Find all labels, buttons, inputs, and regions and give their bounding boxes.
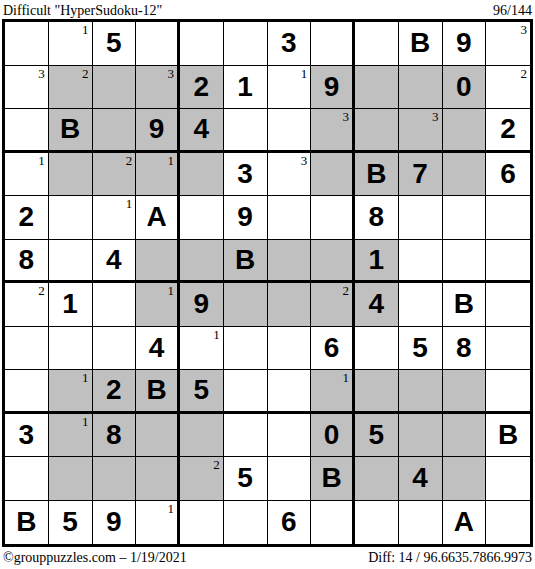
cell-r9c1[interactable] [5,370,49,414]
pencil-mark: 3 [301,153,308,168]
cell-r2c3[interactable] [93,66,137,110]
cell-r3c8[interactable]: 3 [311,109,355,153]
cell-r6c4[interactable] [136,240,180,284]
given-value: 3 [281,29,297,57]
given-value: 4 [412,464,428,492]
cell-r8c3[interactable] [93,327,137,371]
cell-r2c2[interactable]: 2 [49,66,93,110]
cell-r12c12[interactable] [486,501,530,545]
cell-r4c2[interactable] [49,153,93,197]
cell-r10c6[interactable] [224,414,268,458]
cell-r7c4[interactable]: 1 [136,283,180,327]
given-value: B [235,246,255,274]
cell-r8c9[interactable] [355,327,399,371]
cell-r3c12[interactable]: 2 [486,109,530,153]
puzzle-counter: 96/144 [493,2,532,19]
pencil-mark: 1 [82,414,89,429]
pencil-mark: 2 [82,66,89,81]
cell-r6c5[interactable] [180,240,224,284]
cell-r7c3[interactable] [93,283,137,327]
given-value: 6 [281,508,297,536]
given-value: 9 [456,29,472,57]
cell-r7c1[interactable]: 2 [5,283,49,327]
given-value: 5 [369,421,385,449]
given-value: 6 [500,160,516,188]
cell-r12c1[interactable]: B [5,501,49,545]
given-value: 3 [237,160,253,188]
pencil-mark: 1 [126,196,133,211]
given-value: B [454,290,474,318]
cell-r1c3[interactable]: 5 [93,22,137,66]
cell-r4c7[interactable]: 3 [268,153,312,197]
cell-r3c5[interactable]: 4 [180,109,224,153]
cell-r3c4[interactable]: 9 [136,109,180,153]
cell-r3c9[interactable] [355,109,399,153]
cell-r12c9[interactable] [355,501,399,545]
given-value: 1 [237,73,253,101]
cell-r6c1[interactable]: 8 [5,240,49,284]
cell-r12c10[interactable] [399,501,443,545]
cell-r7c6[interactable] [224,283,268,327]
cell-r5c11[interactable] [443,196,487,240]
cell-r8c11[interactable]: 8 [443,327,487,371]
pencil-mark: 1 [168,153,175,168]
pencil-mark: 2 [343,283,350,298]
cell-r1c5[interactable] [180,22,224,66]
cell-r4c8[interactable] [311,153,355,197]
cell-r7c8[interactable]: 2 [311,283,355,327]
pencil-mark: 2 [213,457,220,472]
cell-r1c7[interactable]: 3 [268,22,312,66]
cell-r4c3[interactable]: 2 [93,153,137,197]
pencil-mark: 1 [168,501,175,516]
given-value: 1 [369,246,385,274]
cell-r5c12[interactable] [486,196,530,240]
given-value: 2 [106,376,122,404]
cell-r1c8[interactable] [311,22,355,66]
cell-r9c8[interactable]: 1 [311,370,355,414]
cell-r2c1[interactable]: 3 [5,66,49,110]
given-value: 0 [456,73,472,101]
cell-r10c7[interactable] [268,414,312,458]
cell-r5c10[interactable] [399,196,443,240]
given-value: 3 [19,421,35,449]
pencil-mark: 3 [432,109,439,124]
cell-r11c4[interactable] [136,457,180,501]
cell-r8c1[interactable] [5,327,49,371]
given-value: 1 [62,290,78,318]
cell-r3c3[interactable] [93,109,137,153]
pencil-mark: 2 [126,153,133,168]
cell-r10c4[interactable] [136,414,180,458]
pencil-mark: 1 [82,370,89,385]
cell-r10c2[interactable]: 1 [49,414,93,458]
cell-r7c12[interactable] [486,283,530,327]
cell-r1c11[interactable]: 9 [443,22,487,66]
cell-r4c11[interactable] [443,153,487,197]
cell-r3c2[interactable]: B [49,109,93,153]
header-bar: Difficult "HyperSudoku-12" 96/144 [0,0,535,19]
cell-r1c2[interactable]: 1 [49,22,93,66]
difficulty-text: Diff: 14 / 96.6635.7866.9973 [368,550,532,566]
cell-r10c5[interactable] [180,414,224,458]
given-value: 6 [324,334,340,362]
cell-r9c5[interactable]: 5 [180,370,224,414]
given-value: 2 [500,115,516,143]
cell-r2c7[interactable]: 1 [268,66,312,110]
given-value: 7 [412,160,428,188]
cell-r7c9[interactable]: 4 [355,283,399,327]
cell-r12c7[interactable]: 6 [268,501,312,545]
given-value: 8 [19,246,35,274]
cell-r7c5[interactable]: 9 [180,283,224,327]
cell-r8c7[interactable] [268,327,312,371]
cell-r2c8[interactable]: 9 [311,66,355,110]
cell-r4c6[interactable]: 3 [224,153,268,197]
cell-r5c4[interactable]: A [136,196,180,240]
cell-r2c9[interactable] [355,66,399,110]
pencil-mark: 1 [38,153,45,168]
cell-r10c8[interactable]: 0 [311,414,355,458]
cell-r7c7[interactable] [268,283,312,327]
pencil-mark: 3 [343,109,350,124]
cell-r2c12[interactable]: 2 [486,66,530,110]
cell-r1c12[interactable]: 3 [486,22,530,66]
cell-r5c7[interactable] [268,196,312,240]
given-value: 8 [106,421,122,449]
given-value: B [147,376,167,404]
cell-r6c3[interactable]: 4 [93,240,137,284]
pencil-mark: 3 [168,66,175,81]
pencil-mark: 1 [168,283,175,298]
cell-r11c3[interactable] [93,457,137,501]
given-value: 4 [106,246,122,274]
cell-r8c8[interactable]: 6 [311,327,355,371]
cell-r6c8[interactable] [311,240,355,284]
sudoku-board: 153B93323211902B9433212133B7621A9884B121… [2,19,533,547]
given-value: 5 [194,376,210,404]
given-value: 2 [19,203,35,231]
cell-r12c5[interactable] [180,501,224,545]
given-value: A [147,203,167,231]
cell-r9c7[interactable] [268,370,312,414]
cell-r9c12[interactable] [486,370,530,414]
cell-r10c3[interactable]: 8 [93,414,137,458]
cell-r6c12[interactable] [486,240,530,284]
cell-r2c4[interactable]: 3 [136,66,180,110]
cell-r11c11[interactable] [443,457,487,501]
cell-r11c5[interactable]: 2 [180,457,224,501]
cell-r3c6[interactable] [224,109,268,153]
cell-r10c10[interactable] [399,414,443,458]
cell-r7c10[interactable] [399,283,443,327]
pencil-mark: 2 [521,66,528,81]
puzzle-title: Difficult "HyperSudoku-12" [3,2,162,19]
cell-r12c8[interactable] [311,501,355,545]
cell-r12c2[interactable]: 5 [49,501,93,545]
given-value: 9 [194,290,210,318]
cell-r4c12[interactable]: 6 [486,153,530,197]
cell-r3c10[interactable]: 3 [399,109,443,153]
cell-r10c12[interactable]: B [486,414,530,458]
cell-r11c12[interactable] [486,457,530,501]
pencil-mark: 1 [301,66,308,81]
cell-r1c4[interactable] [136,22,180,66]
cell-r1c1[interactable] [5,22,49,66]
cell-r11c1[interactable] [5,457,49,501]
cell-r8c10[interactable]: 5 [399,327,443,371]
cell-r7c2[interactable]: 1 [49,283,93,327]
cell-r5c5[interactable] [180,196,224,240]
given-value: 5 [62,508,78,536]
cell-r7c11[interactable]: B [443,283,487,327]
cell-r6c6[interactable]: B [224,240,268,284]
cell-r6c7[interactable] [268,240,312,284]
cell-r12c6[interactable] [224,501,268,545]
cell-r11c2[interactable] [49,457,93,501]
given-value: B [410,29,430,57]
footer-bar: ©grouppuzzles.com – 1/19/2021 Diff: 14 /… [0,547,535,569]
cell-r12c4[interactable]: 1 [136,501,180,545]
puzzle-page: Difficult "HyperSudoku-12" 96/144 153B93… [0,0,535,569]
given-value: 4 [194,115,210,143]
cell-r8c6[interactable] [224,327,268,371]
given-value: B [366,160,386,188]
cell-r9c10[interactable] [399,370,443,414]
cell-r12c3[interactable]: 9 [93,501,137,545]
cell-r10c1[interactable]: 3 [5,414,49,458]
cell-r12c11[interactable]: A [443,501,487,545]
cell-r2c6[interactable]: 1 [224,66,268,110]
given-value: B [16,508,36,536]
cell-r6c2[interactable] [49,240,93,284]
given-value: 9 [237,203,253,231]
cell-r5c1[interactable]: 2 [5,196,49,240]
pencil-mark: 2 [38,283,45,298]
given-value: B [60,115,80,143]
cell-r8c12[interactable] [486,327,530,371]
cell-r10c11[interactable] [443,414,487,458]
given-value: 5 [412,334,428,362]
given-value: 0 [324,421,340,449]
given-value: 2 [194,73,210,101]
cell-r6c9[interactable]: 1 [355,240,399,284]
copyright-text: ©grouppuzzles.com – 1/19/2021 [3,550,187,566]
cell-r11c7[interactable] [268,457,312,501]
given-value: 4 [149,334,165,362]
cell-r4c10[interactable]: 7 [399,153,443,197]
cell-r5c9[interactable]: 8 [355,196,399,240]
cell-r5c6[interactable]: 9 [224,196,268,240]
cell-r6c10[interactable] [399,240,443,284]
cell-r9c11[interactable] [443,370,487,414]
given-value: 9 [149,115,165,143]
given-value: B [322,464,342,492]
cell-r8c4[interactable]: 4 [136,327,180,371]
cell-r1c9[interactable] [355,22,399,66]
cell-r3c11[interactable] [443,109,487,153]
cell-r6c11[interactable] [443,240,487,284]
given-value: 5 [237,464,253,492]
pencil-mark: 1 [343,370,350,385]
cell-r11c8[interactable]: B [311,457,355,501]
given-value: 5 [106,29,122,57]
pencil-mark: 1 [213,327,220,342]
cell-r4c9[interactable]: B [355,153,399,197]
cell-r11c10[interactable]: 4 [399,457,443,501]
cell-r10c9[interactable]: 5 [355,414,399,458]
cell-r1c10[interactable]: B [399,22,443,66]
cell-r11c6[interactable]: 5 [224,457,268,501]
cell-r2c5[interactable]: 2 [180,66,224,110]
cell-r4c1[interactable]: 1 [5,153,49,197]
pencil-mark: 3 [38,66,45,81]
cell-r3c7[interactable] [268,109,312,153]
cell-r9c4[interactable]: B [136,370,180,414]
cell-r9c2[interactable]: 1 [49,370,93,414]
cell-r9c3[interactable]: 2 [93,370,137,414]
cell-r11c9[interactable] [355,457,399,501]
cell-r1c6[interactable] [224,22,268,66]
cell-r8c2[interactable] [49,327,93,371]
cell-r3c1[interactable] [5,109,49,153]
given-value: B [498,421,518,449]
given-value: 9 [106,508,122,536]
given-value: 9 [324,73,340,101]
cell-r2c11[interactable]: 0 [443,66,487,110]
cell-r9c9[interactable] [355,370,399,414]
pencil-mark: 3 [521,22,528,37]
given-value: A [454,508,474,536]
given-value: 8 [369,203,385,231]
cell-r5c8[interactable] [311,196,355,240]
cell-r8c5[interactable]: 1 [180,327,224,371]
cell-r4c4[interactable]: 1 [136,153,180,197]
given-value: 4 [369,290,385,318]
cell-r5c3[interactable]: 1 [93,196,137,240]
cell-r4c5[interactable] [180,153,224,197]
pencil-mark: 1 [82,22,89,37]
cell-r9c6[interactable] [224,370,268,414]
cell-r2c10[interactable] [399,66,443,110]
cell-r5c2[interactable] [49,196,93,240]
given-value: 8 [456,334,472,362]
